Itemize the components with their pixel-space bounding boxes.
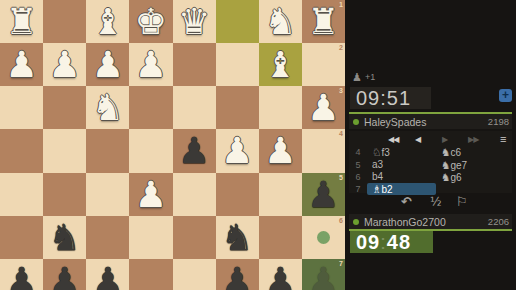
first-move-icon[interactable]: ◀◀ bbox=[388, 133, 398, 146]
move-row: 4♘f3♞c6 bbox=[349, 146, 512, 158]
white-knight[interactable]: ♞ bbox=[264, 0, 296, 43]
square-a3[interactable]: ♟3 bbox=[302, 86, 345, 129]
square-g3[interactable] bbox=[43, 86, 86, 129]
black-pawn[interactable]: ♟ bbox=[92, 259, 124, 290]
move-6-black[interactable]: ♞g6 bbox=[436, 171, 505, 183]
square-d4[interactable]: ♟ bbox=[173, 129, 216, 172]
board-grid: ♜♝♚♛♞♜1♟♟♟♟♝2♞♟3♟♟♟4♟♟5♞♞6♟♟♟♟♟♟7♜♝♚♛♝♜8 bbox=[0, 0, 345, 290]
square-b5[interactable] bbox=[259, 173, 302, 216]
white-rook[interactable]: ♜ bbox=[307, 0, 339, 43]
square-a7[interactable]: ♟7 bbox=[302, 259, 345, 290]
opponent-clock: 09:51 bbox=[350, 87, 431, 109]
square-f7[interactable]: ♟ bbox=[86, 259, 129, 290]
square-e5[interactable]: ♟ bbox=[129, 173, 172, 216]
player-clock: 09:48 bbox=[350, 231, 433, 253]
rank-label: 2 bbox=[339, 44, 343, 52]
square-h6[interactable] bbox=[0, 216, 43, 259]
bottom-player-rating: 2206 bbox=[488, 216, 509, 227]
square-e4[interactable] bbox=[129, 129, 172, 172]
black-pawn[interactable]: ♟ bbox=[307, 173, 339, 216]
move-row: 5a3♞ge7 bbox=[349, 158, 512, 170]
black-pawn-ghost[interactable]: ♟ bbox=[307, 259, 339, 290]
square-f1[interactable]: ♝ bbox=[86, 0, 129, 43]
square-f6[interactable] bbox=[86, 216, 129, 259]
give-more-time-button[interactable]: + bbox=[499, 89, 512, 102]
square-c3[interactable] bbox=[216, 86, 259, 129]
square-c1[interactable] bbox=[216, 0, 259, 43]
player-clock-seconds: 48 bbox=[387, 231, 411, 254]
square-b7[interactable]: ♟ bbox=[259, 259, 302, 290]
material-advantage-value: +1 bbox=[365, 72, 375, 82]
online-indicator-icon bbox=[353, 219, 359, 225]
black-pawn[interactable]: ♟ bbox=[221, 259, 253, 290]
black-pawn[interactable]: ♟ bbox=[49, 259, 81, 290]
online-indicator-icon bbox=[353, 119, 359, 125]
square-a2[interactable]: 2 bbox=[302, 43, 345, 86]
square-c5[interactable] bbox=[216, 173, 259, 216]
figurine-icon: ♞ bbox=[441, 171, 450, 183]
square-d6[interactable] bbox=[173, 216, 216, 259]
square-e1[interactable]: ♚ bbox=[129, 0, 172, 43]
square-b2[interactable]: ♝ bbox=[259, 43, 302, 86]
material-advantage: ♟ +1 bbox=[352, 71, 375, 83]
chess-board: ♜♝♚♛♞♜1♟♟♟♟♝2♞♟3♟♟♟4♟♟5♞♞6♟♟♟♟♟♟7♜♝♚♛♝♜8 bbox=[0, 0, 345, 290]
next-move-icon[interactable]: ▶ bbox=[442, 133, 447, 146]
rank-label: 5 bbox=[339, 174, 343, 182]
square-c6[interactable]: ♞ bbox=[216, 216, 259, 259]
square-c4[interactable]: ♟ bbox=[216, 129, 259, 172]
black-pawn[interactable]: ♟ bbox=[178, 129, 210, 172]
white-pawn[interactable]: ♟ bbox=[5, 43, 37, 86]
move-6-white[interactable]: b4 bbox=[367, 171, 436, 182]
rank-label: 3 bbox=[339, 87, 343, 95]
rank-label: 1 bbox=[339, 1, 343, 9]
square-a5[interactable]: ♟5 bbox=[302, 173, 345, 216]
move-number: 4 bbox=[349, 147, 367, 157]
rank-label: 6 bbox=[339, 217, 343, 225]
black-knight[interactable]: ♞ bbox=[49, 216, 81, 259]
square-f2[interactable]: ♟ bbox=[86, 43, 129, 86]
move-5-black[interactable]: ♞ge7 bbox=[436, 159, 505, 171]
square-g6[interactable]: ♞ bbox=[43, 216, 86, 259]
white-pawn[interactable]: ♟ bbox=[135, 43, 167, 86]
white-king[interactable]: ♚ bbox=[135, 0, 167, 43]
square-h1[interactable]: ♜ bbox=[0, 0, 43, 43]
white-pawn[interactable]: ♟ bbox=[264, 129, 296, 172]
white-bishop[interactable]: ♝ bbox=[92, 0, 124, 43]
figurine-icon: ♞ bbox=[441, 159, 450, 171]
black-knight[interactable]: ♞ bbox=[221, 216, 253, 259]
square-h7[interactable]: ♟ bbox=[0, 259, 43, 290]
move-4-black[interactable]: ♞c6 bbox=[436, 146, 505, 158]
clock-colon: : bbox=[380, 231, 387, 254]
white-pawn[interactable]: ♟ bbox=[221, 129, 253, 172]
square-d2[interactable] bbox=[173, 43, 216, 86]
game-actions: ↶ ½ ⚐ bbox=[349, 193, 512, 211]
square-a6[interactable]: 6 bbox=[302, 216, 345, 259]
square-d3[interactable] bbox=[173, 86, 216, 129]
square-g2[interactable]: ♟ bbox=[43, 43, 86, 86]
rank-label: 7 bbox=[339, 260, 343, 268]
white-knight[interactable]: ♞ bbox=[92, 86, 124, 129]
takeback-icon[interactable]: ↶ bbox=[401, 193, 412, 211]
white-rook[interactable]: ♜ bbox=[5, 0, 37, 43]
move-number: 6 bbox=[349, 172, 367, 182]
square-h3[interactable] bbox=[0, 86, 43, 129]
player-clock-minutes: 09 bbox=[356, 231, 380, 254]
white-pawn[interactable]: ♟ bbox=[307, 86, 339, 129]
square-e2[interactable]: ♟ bbox=[129, 43, 172, 86]
bottom-player-name[interactable]: MarathonGo2700 bbox=[364, 216, 488, 228]
white-queen[interactable]: ♛ bbox=[178, 0, 210, 43]
white-pawn[interactable]: ♟ bbox=[135, 173, 167, 216]
square-b3[interactable] bbox=[259, 86, 302, 129]
square-d1[interactable]: ♛ bbox=[173, 0, 216, 43]
square-d5[interactable] bbox=[173, 173, 216, 216]
white-bishop[interactable]: ♝ bbox=[264, 43, 296, 86]
move-5-white[interactable]: a3 bbox=[367, 159, 436, 170]
figurine-icon: ♘ bbox=[372, 146, 381, 158]
resign-flag-icon[interactable]: ⚐ bbox=[456, 193, 468, 211]
square-g4[interactable] bbox=[43, 129, 86, 172]
square-g1[interactable] bbox=[43, 0, 86, 43]
move-destination-dot[interactable] bbox=[317, 231, 330, 244]
square-b6[interactable] bbox=[259, 216, 302, 259]
top-player-rating: 2198 bbox=[488, 116, 509, 127]
move-list: 4♘f3♞c65a3♞ge76b4♞g67♗b2 bbox=[349, 146, 512, 196]
top-player-bar: HaleySpades 2198 bbox=[349, 114, 512, 129]
square-e6[interactable] bbox=[129, 216, 172, 259]
square-h4[interactable] bbox=[0, 129, 43, 172]
square-h5[interactable] bbox=[0, 173, 43, 216]
rank-label: 4 bbox=[339, 130, 343, 138]
black-pawn[interactable]: ♟ bbox=[264, 259, 296, 290]
menu-icon[interactable]: ≡ bbox=[500, 133, 506, 146]
square-h2[interactable]: ♟ bbox=[0, 43, 43, 86]
square-e7[interactable] bbox=[129, 259, 172, 290]
square-a4[interactable]: 4 bbox=[302, 129, 345, 172]
square-f3[interactable]: ♞ bbox=[86, 86, 129, 129]
white-pawn[interactable]: ♟ bbox=[49, 43, 81, 86]
square-b4[interactable]: ♟ bbox=[259, 129, 302, 172]
square-e3[interactable] bbox=[129, 86, 172, 129]
previous-move-icon[interactable]: ◀ bbox=[415, 133, 420, 146]
bottom-player-bar: MarathonGo2700 2206 bbox=[349, 214, 512, 229]
chess-game-screen: ♜♝♚♛♞♜1♟♟♟♟♝2♞♟3♟♟♟4♟♟5♞♞6♟♟♟♟♟♟7♜♝♚♛♝♜8… bbox=[0, 0, 516, 290]
move-navigation: ◀◀ ◀ ▶ ▶▶ ≡ bbox=[349, 133, 512, 146]
square-f4[interactable] bbox=[86, 129, 129, 172]
move-list-panel: ◀◀ ◀ ▶ ▶▶ ≡ 4♘f3♞c65a3♞ge76b4♞g67♗b2 bbox=[349, 131, 512, 193]
black-pawn[interactable]: ♟ bbox=[5, 259, 37, 290]
last-move-icon[interactable]: ▶▶ bbox=[468, 133, 478, 146]
move-number: 5 bbox=[349, 160, 367, 170]
square-g5[interactable] bbox=[43, 173, 86, 216]
offer-draw-icon[interactable]: ½ bbox=[430, 193, 442, 211]
move-row: 6b4♞g6 bbox=[349, 171, 512, 183]
square-g7[interactable]: ♟ bbox=[43, 259, 86, 290]
figurine-icon: ♞ bbox=[441, 146, 450, 158]
square-c7[interactable]: ♟ bbox=[216, 259, 259, 290]
pawn-icon: ♟ bbox=[352, 72, 362, 83]
move-4-white[interactable]: ♘f3 bbox=[367, 146, 436, 158]
white-pawn[interactable]: ♟ bbox=[92, 43, 124, 86]
square-a1[interactable]: ♜1 bbox=[302, 0, 345, 43]
opponent-clock-time: 09:51 bbox=[356, 87, 411, 110]
square-f5[interactable] bbox=[86, 173, 129, 216]
square-c2[interactable] bbox=[216, 43, 259, 86]
top-player-name[interactable]: HaleySpades bbox=[364, 116, 488, 128]
square-b1[interactable]: ♞ bbox=[259, 0, 302, 43]
square-d7[interactable] bbox=[173, 259, 216, 290]
game-sidebar: ♟ +1 09:51 + HaleySpades 2198 ◀◀ ◀ ▶ ▶▶ … bbox=[345, 0, 516, 290]
